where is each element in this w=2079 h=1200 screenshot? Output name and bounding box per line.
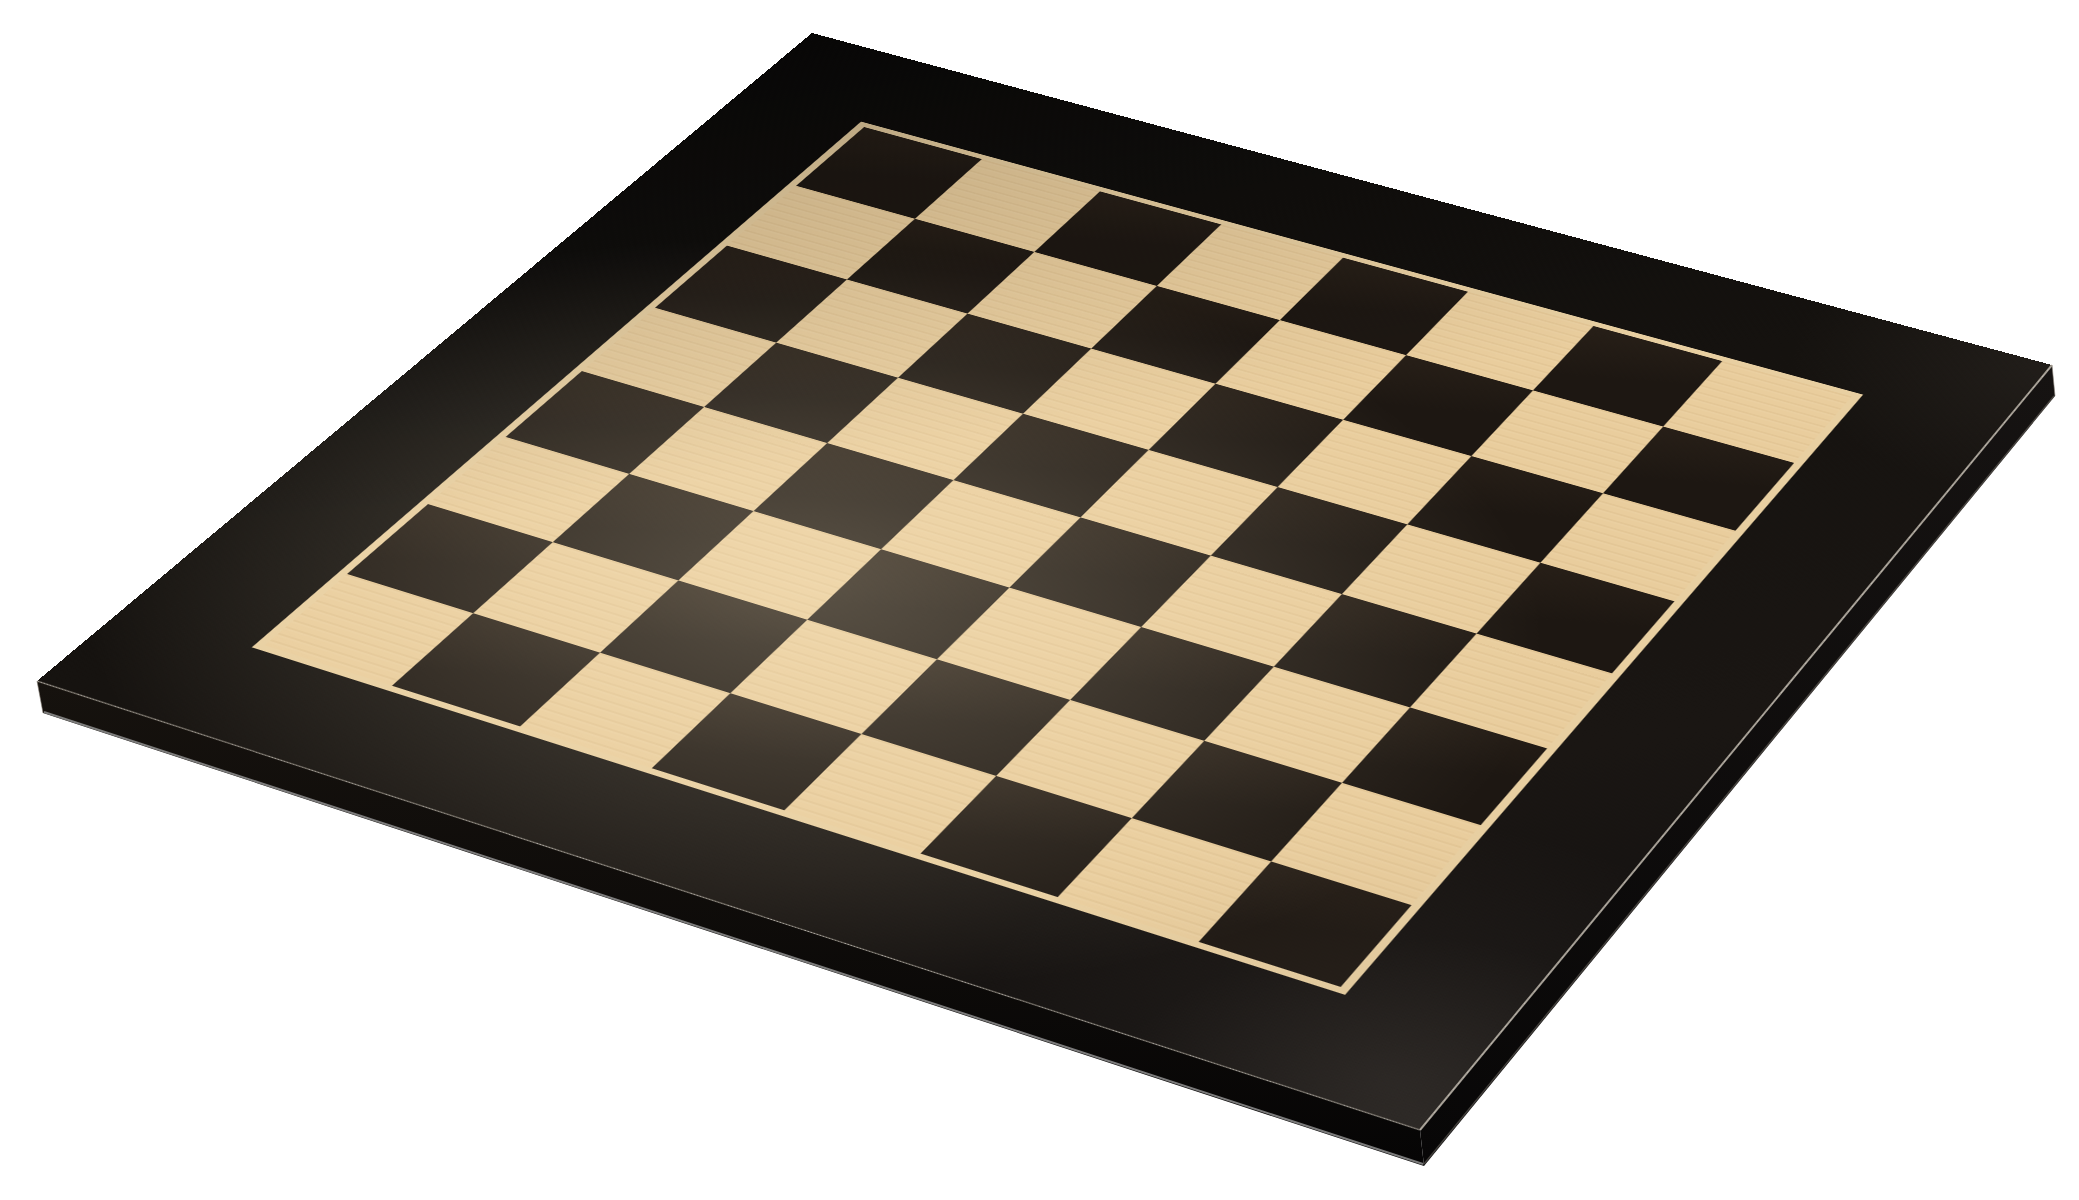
photo-background <box>0 0 2079 1200</box>
corner-edge-right <box>2052 365 2055 396</box>
corner-edge-left <box>37 681 43 713</box>
chess-board <box>37 33 2052 1130</box>
board-grid <box>265 127 1852 987</box>
